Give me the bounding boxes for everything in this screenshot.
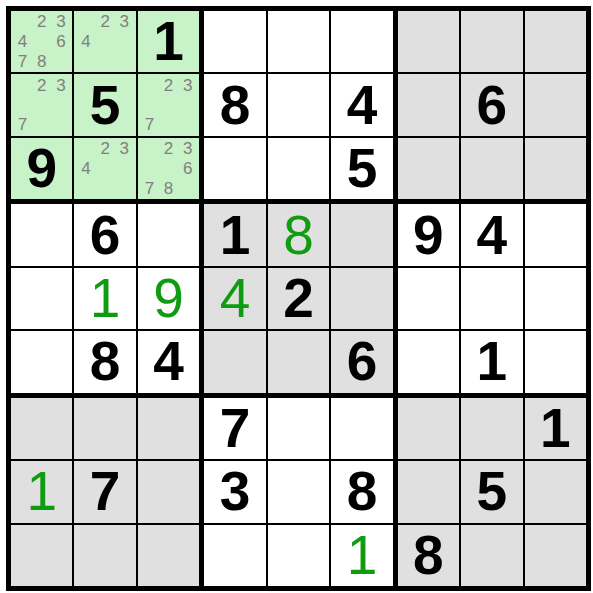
cell-r6c5[interactable] xyxy=(268,331,329,392)
cell-r3c7[interactable] xyxy=(398,138,459,199)
pencil-mark xyxy=(76,52,95,72)
pencil-mark xyxy=(140,95,159,115)
cell-r8c2[interactable]: 7 xyxy=(74,461,135,522)
pencil-mark: 7 xyxy=(140,115,159,135)
pencil-mark xyxy=(96,32,115,52)
given-digit: 8 xyxy=(220,78,251,133)
given-digit: 4 xyxy=(347,78,378,133)
pencil-mark xyxy=(76,139,95,159)
given-digit: 1 xyxy=(220,208,251,263)
cell-r2c4[interactable]: 8 xyxy=(204,74,265,135)
cell-r6c6[interactable]: 6 xyxy=(331,331,392,392)
pencil-mark: 4 xyxy=(76,32,95,52)
pencil-mark: 3 xyxy=(178,139,197,159)
cell-r5c5[interactable]: 2 xyxy=(268,268,329,329)
pencil-marks: 234 xyxy=(74,138,135,199)
cell-r7c6[interactable] xyxy=(331,398,392,459)
user-digit: 8 xyxy=(283,208,314,263)
cell-r6c1[interactable] xyxy=(11,331,72,392)
cell-r1c1[interactable]: 234678 xyxy=(11,11,72,72)
user-digit: 9 xyxy=(153,271,184,326)
cell-r2c5[interactable] xyxy=(268,74,329,135)
given-digit: 4 xyxy=(153,334,184,389)
pencil-mark: 3 xyxy=(178,75,197,95)
cell-r7c2[interactable] xyxy=(74,398,135,459)
pencil-mark xyxy=(76,179,95,199)
cell-r8c1[interactable]: 1 xyxy=(11,461,72,522)
cell-r1c5[interactable] xyxy=(268,11,329,72)
pencil-mark xyxy=(13,95,32,115)
pencil-marks: 237 xyxy=(138,74,199,135)
pencil-mark: 3 xyxy=(51,75,70,95)
pencil-mark: 2 xyxy=(32,12,51,32)
cell-r2c2[interactable]: 5 xyxy=(74,74,135,135)
cell-r6c3[interactable]: 4 xyxy=(138,331,199,392)
pencil-mark xyxy=(115,159,134,179)
cell-r2c8[interactable]: 6 xyxy=(461,74,522,135)
cell-r8c3[interactable] xyxy=(138,461,199,522)
pencil-mark xyxy=(159,115,178,135)
cell-r8c4[interactable]: 3 xyxy=(204,461,265,522)
cell-r5c7[interactable] xyxy=(398,268,459,329)
cell-r9c4[interactable] xyxy=(204,525,265,586)
cell-r7c8[interactable] xyxy=(461,398,522,459)
cell-r2c9[interactable] xyxy=(525,74,586,135)
pencil-mark xyxy=(115,52,134,72)
user-digit: 4 xyxy=(220,271,251,326)
cell-r7c3[interactable] xyxy=(138,398,199,459)
pencil-mark xyxy=(96,179,115,199)
cell-r7c7[interactable] xyxy=(398,398,459,459)
pencil-mark: 7 xyxy=(13,115,32,135)
pencil-mark: 3 xyxy=(51,12,70,32)
cell-r7c4[interactable]: 7 xyxy=(204,398,265,459)
pencil-mark xyxy=(96,159,115,179)
cell-r9c2[interactable] xyxy=(74,525,135,586)
pencil-mark: 3 xyxy=(115,139,134,159)
pencil-mark xyxy=(13,75,32,95)
cell-r3c9[interactable] xyxy=(525,138,586,199)
cell-r9c1[interactable] xyxy=(11,525,72,586)
pencil-mark: 6 xyxy=(178,159,197,179)
given-digit: 1 xyxy=(153,14,184,69)
cell-r5c6[interactable] xyxy=(331,268,392,329)
cell-r6c4[interactable] xyxy=(204,331,265,392)
cell-r2c3[interactable]: 237 xyxy=(138,74,199,135)
cell-r4c4[interactable]: 1 xyxy=(204,204,265,265)
cell-r8c5[interactable] xyxy=(268,461,329,522)
pencil-mark: 8 xyxy=(32,52,51,72)
cell-r4c3[interactable] xyxy=(138,204,199,265)
cell-r9c3[interactable] xyxy=(138,525,199,586)
pencil-mark xyxy=(32,95,51,115)
pencil-mark: 4 xyxy=(13,32,32,52)
given-digit: 5 xyxy=(90,78,121,133)
given-digit: 5 xyxy=(477,464,508,519)
given-digit: 7 xyxy=(220,401,251,456)
cell-r3c2[interactable]: 234 xyxy=(74,138,135,199)
cell-r4c7[interactable]: 9 xyxy=(398,204,459,265)
pencil-mark xyxy=(51,115,70,135)
pencil-mark: 6 xyxy=(51,32,70,52)
cell-r8c9[interactable] xyxy=(525,461,586,522)
cell-r6c8[interactable]: 1 xyxy=(461,331,522,392)
pencil-mark xyxy=(115,32,134,52)
cell-r1c4[interactable] xyxy=(204,11,265,72)
given-digit: 8 xyxy=(347,464,378,519)
pencil-mark xyxy=(178,179,197,199)
pencil-mark xyxy=(51,95,70,115)
cell-r3c3[interactable]: 23678 xyxy=(138,138,199,199)
pencil-mark xyxy=(32,32,51,52)
cell-r6c2[interactable]: 8 xyxy=(74,331,135,392)
given-digit: 1 xyxy=(540,401,571,456)
given-digit: 6 xyxy=(477,78,508,133)
cell-r5c3[interactable]: 9 xyxy=(138,268,199,329)
given-digit: 5 xyxy=(347,141,378,196)
pencil-mark: 3 xyxy=(115,12,134,32)
cell-r9c8[interactable] xyxy=(461,525,522,586)
pencil-mark: 2 xyxy=(159,139,178,159)
pencil-mark xyxy=(159,95,178,115)
given-digit: 6 xyxy=(90,208,121,263)
pencil-mark: 8 xyxy=(159,179,178,199)
pencil-marks: 23678 xyxy=(138,138,199,199)
pencil-mark: 2 xyxy=(159,75,178,95)
cell-r6c7[interactable] xyxy=(398,331,459,392)
cell-r4c1[interactable] xyxy=(11,204,72,265)
cell-r9c9[interactable] xyxy=(525,525,586,586)
cell-r3c4[interactable] xyxy=(204,138,265,199)
given-digit: 9 xyxy=(26,141,57,196)
cell-r3c8[interactable] xyxy=(461,138,522,199)
cell-r5c1[interactable] xyxy=(11,268,72,329)
cell-r1c8[interactable] xyxy=(461,11,522,72)
pencil-mark xyxy=(51,52,70,72)
pencil-marks: 234678 xyxy=(11,11,72,72)
given-digit: 7 xyxy=(90,464,121,519)
cell-r3c5[interactable] xyxy=(268,138,329,199)
given-digit: 1 xyxy=(477,334,508,389)
cell-r2c1[interactable]: 237 xyxy=(11,74,72,135)
cell-r4c6[interactable] xyxy=(331,204,392,265)
cell-r4c8[interactable]: 4 xyxy=(461,204,522,265)
cell-r1c7[interactable] xyxy=(398,11,459,72)
cell-r5c2[interactable]: 1 xyxy=(74,268,135,329)
pencil-mark xyxy=(140,75,159,95)
cell-r4c2[interactable]: 6 xyxy=(74,204,135,265)
user-digit: 1 xyxy=(347,528,378,583)
pencil-mark xyxy=(140,139,159,159)
user-digit: 1 xyxy=(26,464,57,519)
user-digit: 1 xyxy=(90,271,121,326)
cell-r1c2[interactable]: 234 xyxy=(74,11,135,72)
pencil-mark: 2 xyxy=(32,75,51,95)
given-digit: 8 xyxy=(90,334,121,389)
pencil-mark xyxy=(159,159,178,179)
given-digit: 6 xyxy=(347,334,378,389)
given-digit: 4 xyxy=(477,208,508,263)
cell-r9c7[interactable]: 8 xyxy=(398,525,459,586)
sudoku-board: 2346782341237523784692342367856189419428… xyxy=(6,6,591,591)
pencil-mark xyxy=(140,159,159,179)
cell-r6c9[interactable] xyxy=(525,331,586,392)
cell-r4c5[interactable]: 8 xyxy=(268,204,329,265)
pencil-mark xyxy=(178,95,197,115)
pencil-mark xyxy=(32,115,51,135)
cell-r1c9[interactable] xyxy=(525,11,586,72)
given-digit: 3 xyxy=(220,464,251,519)
cell-r9c6[interactable]: 1 xyxy=(331,525,392,586)
pencil-mark: 7 xyxy=(13,52,32,72)
cell-r1c6[interactable] xyxy=(331,11,392,72)
given-digit: 8 xyxy=(413,528,444,583)
pencil-mark xyxy=(13,12,32,32)
cell-r2c6[interactable]: 4 xyxy=(331,74,392,135)
given-digit: 2 xyxy=(283,271,314,326)
pencil-mark xyxy=(178,115,197,135)
cell-r5c4[interactable]: 4 xyxy=(204,268,265,329)
cell-r3c6[interactable]: 5 xyxy=(331,138,392,199)
cell-r4c9[interactable] xyxy=(525,204,586,265)
cell-r7c9[interactable]: 1 xyxy=(525,398,586,459)
pencil-mark: 2 xyxy=(96,139,115,159)
pencil-mark xyxy=(76,12,95,32)
given-digit: 9 xyxy=(413,208,444,263)
cell-r7c1[interactable] xyxy=(11,398,72,459)
pencil-marks: 237 xyxy=(11,74,72,135)
pencil-mark xyxy=(96,52,115,72)
cell-r5c9[interactable] xyxy=(525,268,586,329)
pencil-mark: 4 xyxy=(76,159,95,179)
pencil-marks: 234 xyxy=(74,11,135,72)
pencil-mark xyxy=(115,179,134,199)
cell-r2c7[interactable] xyxy=(398,74,459,135)
pencil-mark: 2 xyxy=(96,12,115,32)
pencil-mark: 7 xyxy=(140,179,159,199)
cell-r3c1[interactable]: 9 xyxy=(11,138,72,199)
cell-r7c5[interactable] xyxy=(268,398,329,459)
cell-r1c3[interactable]: 1 xyxy=(138,11,199,72)
cell-r5c8[interactable] xyxy=(461,268,522,329)
cell-r9c5[interactable] xyxy=(268,525,329,586)
cell-r8c7[interactable] xyxy=(398,461,459,522)
cell-r8c8[interactable]: 5 xyxy=(461,461,522,522)
cell-r8c6[interactable]: 8 xyxy=(331,461,392,522)
